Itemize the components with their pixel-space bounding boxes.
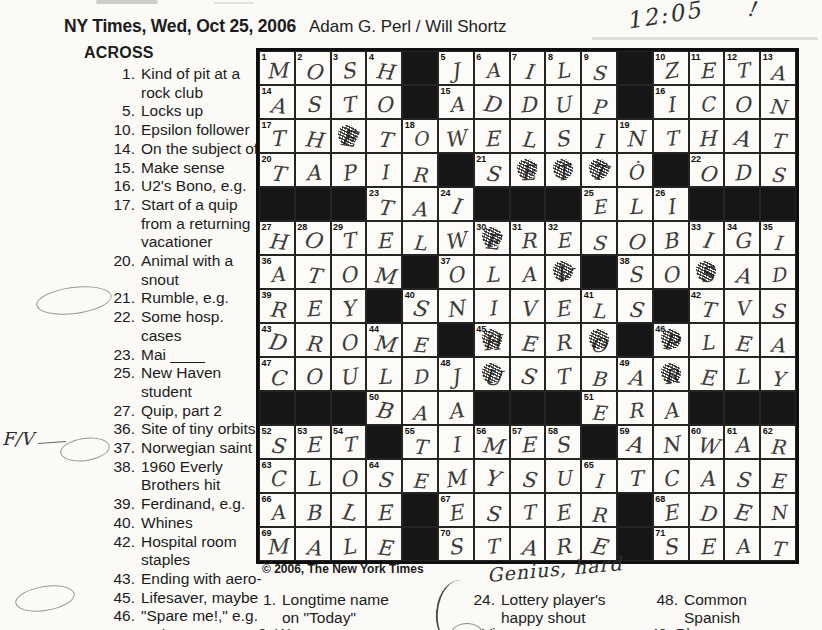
clue-number: 14. — [58, 140, 141, 159]
clue-text: Mai ____ — [141, 346, 263, 365]
handwritten-letter: H — [259, 221, 296, 256]
cell-r13c1: 63C — [259, 459, 295, 493]
handwritten-letter: A — [510, 527, 547, 562]
handwritten-letter: S — [725, 459, 762, 494]
cell-r15c7: T — [474, 527, 510, 561]
handwritten-letter: S — [510, 459, 547, 494]
clue-17: 17.Start of a quip from a returning vaca… — [58, 196, 266, 252]
clue-text: U2's Bono, e.g. — [141, 177, 263, 196]
cell-r13c14: S — [724, 459, 760, 493]
cutoff-clue-sliver: 49. Pl — [650, 625, 690, 630]
handwritten-letter: S — [581, 53, 617, 87]
clue-42: 42.Hospital room staples — [58, 533, 266, 570]
handwritten-letter: E — [402, 461, 438, 495]
clue-text: Common Spanish boys' names — [684, 591, 806, 630]
clue-number: 17. — [58, 196, 141, 252]
handwritten-letter: O — [295, 51, 332, 86]
clue-number: 16. — [58, 177, 141, 196]
clue-text: Epsilon follower — [141, 121, 263, 140]
clue-text: Lifesaver, maybe — [141, 589, 263, 608]
handwritten-letter: E — [723, 491, 762, 528]
handwritten-letter: O — [328, 322, 366, 359]
handwritten-letter: A — [438, 85, 473, 119]
handwritten-letter: I — [474, 289, 509, 323]
handwritten-letter: I — [510, 51, 547, 86]
handwritten-letter: T — [259, 153, 296, 188]
handwritten-letter: E — [689, 357, 726, 392]
cell-r10c14: L — [724, 357, 760, 391]
cell-r8c3: Y — [331, 289, 367, 323]
clue-number: 5. — [58, 102, 141, 121]
clue-text: Rumble, e.g. — [141, 289, 263, 308]
handwritten-letter: A — [725, 527, 760, 561]
cell-r2c7: D — [474, 85, 510, 119]
cell-r2c15: N — [760, 85, 796, 119]
clue-36: 36.Site of tiny orbits — [58, 420, 266, 439]
handwritten-letter: O — [293, 219, 332, 256]
cell-r7c10 — [581, 255, 617, 289]
handwritten-letter: A — [725, 425, 760, 459]
handwritten-letter: C — [689, 85, 724, 119]
handwritten-letter: S — [401, 287, 440, 324]
clue-text: Start of a quip from a returning vacatio… — [141, 196, 263, 252]
cell-r13c13: A — [689, 459, 725, 493]
cell-r14c6: 67E — [438, 493, 474, 527]
handwritten-letter: O — [367, 85, 402, 119]
cell-r6c6: W — [438, 221, 474, 255]
clue-22: 22.Some hosp. cases — [58, 308, 266, 345]
handwritten-letter: L — [329, 491, 368, 528]
handwritten-letter: E — [402, 325, 438, 359]
cell-r10c4: L — [366, 357, 402, 391]
cell-r5c4: 23T — [366, 187, 402, 221]
handwritten-letter: G — [725, 221, 760, 255]
cell-r1c9: 8L — [545, 51, 581, 85]
cell-r1c14: 12T — [724, 51, 760, 85]
cell-r3c13: H — [689, 119, 725, 153]
cell-r8c2: E — [295, 289, 331, 323]
cell-r9c13: L — [689, 323, 725, 357]
cell-r13c7: Y — [474, 459, 510, 493]
clue-40: 40.Whines — [58, 514, 266, 533]
handwritten-letter: T — [653, 119, 688, 153]
cell-r14c2: B — [295, 493, 331, 527]
handwritten-letter: I — [436, 424, 474, 461]
handwritten-letter: P — [328, 152, 366, 189]
cell-r6c2: 28O — [295, 221, 331, 255]
copyright-line: © 2006, The New York Times — [262, 562, 424, 576]
cell-r15c3: L — [331, 527, 367, 561]
cell-r4c3: P — [331, 153, 367, 187]
handwritten-letter: C — [259, 459, 294, 493]
handwritten-letter: A — [474, 51, 509, 85]
handwritten-letter: L — [689, 323, 724, 357]
handwritten-letter: A — [760, 53, 796, 87]
cell-r4c2: A — [295, 153, 331, 187]
cell-r1c13: 11E — [689, 51, 725, 85]
handwritten-letter: T — [402, 427, 438, 461]
clue-number: 1. — [246, 591, 282, 627]
handwritten-letter: L — [367, 357, 402, 391]
clue-text: On the subject of — [141, 140, 263, 159]
cell-r8c12 — [653, 289, 689, 323]
cell-r9c10: O — [581, 323, 617, 357]
handwritten-letter: N — [761, 493, 796, 527]
cell-r10c12: R — [653, 357, 689, 391]
cell-r3c11: 19N — [617, 119, 653, 153]
cell-r15c1: 69M — [259, 527, 295, 561]
cell-r4c13: 22O — [689, 153, 725, 187]
cell-r1c12: 10Z — [653, 51, 689, 85]
cell-r9c2: R — [295, 323, 331, 357]
handwritten-letter: T — [328, 220, 366, 257]
cell-r5c9 — [545, 187, 581, 221]
cell-r9c11 — [617, 323, 653, 357]
cell-r12c1: 52S — [259, 425, 295, 459]
cell-r3c6: W — [438, 119, 474, 153]
cell-r15c15: T — [760, 527, 796, 561]
cell-r5c6: 24I — [438, 187, 474, 221]
clue-text: Animal with a snout — [141, 252, 263, 289]
cell-r11c6: A — [438, 391, 474, 425]
handwritten-letter: E — [543, 492, 581, 529]
cell-r7c13: S — [689, 255, 725, 289]
handwritten-letter: L — [581, 291, 617, 325]
across-clue-column: ACROSS 1.Kind of pit at a rock club5.Loc… — [58, 44, 266, 630]
handwritten-letter: O — [617, 221, 654, 256]
cell-r15c11 — [617, 527, 653, 561]
handwritten-letter: D — [403, 357, 438, 391]
clue-23: 23.Mai ____ — [58, 346, 266, 365]
handwritten-letter: S — [760, 291, 796, 325]
cell-r5c2 — [295, 187, 331, 221]
cell-r2c3: T — [331, 85, 367, 119]
cell-r4c5: R — [402, 153, 438, 187]
cell-r6c15: 35I — [760, 221, 796, 255]
handwritten-letter: H — [295, 119, 332, 154]
cell-r3c3: E — [331, 119, 367, 153]
cell-r4c1: 20T — [259, 153, 295, 187]
cell-r12c14: 61A — [724, 425, 760, 459]
clue-text: Lottery player's happy shout — [501, 591, 623, 627]
cell-r13c6: M — [438, 459, 474, 493]
cell-r15c14: A — [724, 527, 760, 561]
cell-r2c6: 15A — [438, 85, 474, 119]
handwritten-letter: O — [403, 119, 438, 153]
cell-r9c12: 46P — [653, 323, 689, 357]
clue-text: Locks up — [141, 102, 263, 121]
handwritten-letter: M — [436, 458, 474, 495]
cell-r14c5 — [402, 493, 438, 527]
handwritten-letter: A — [617, 357, 654, 392]
handwritten-letter: L — [510, 119, 547, 154]
handwritten-letter: O — [328, 254, 366, 291]
clue-text: Some hosp. cases — [141, 308, 263, 345]
cell-r5c3 — [331, 187, 367, 221]
cell-r12c6: I — [438, 425, 474, 459]
cell-r12c7: 56M — [474, 425, 510, 459]
handwritten-letter: E — [367, 493, 402, 527]
clue-20: 20.Animal with a snout — [58, 252, 266, 289]
cell-r13c15: E — [760, 459, 796, 493]
handwritten-letter: Y — [760, 359, 796, 393]
cell-r11c5: A — [402, 391, 438, 425]
cell-r13c9: U — [545, 459, 581, 493]
cell-r10c6: 48J — [438, 357, 474, 391]
clue-text: Norwegian saint — [141, 439, 263, 458]
cell-r6c1: 27H — [259, 221, 295, 255]
handwritten-letter: T — [543, 356, 581, 393]
clue-text: Hospital room staples — [141, 533, 263, 570]
handwritten-letter: S — [543, 424, 581, 461]
clue-text: Make sense — [141, 159, 263, 178]
handwritten-letter: I — [581, 121, 617, 155]
handwritten-letter: E — [367, 527, 404, 562]
handwritten-solve-time: 12:05 — [624, 0, 703, 34]
cell-r7c12: O — [653, 255, 689, 289]
cell-r13c5: E — [402, 459, 438, 493]
cell-r7c5 — [402, 255, 438, 289]
handwritten-letter: L — [295, 459, 330, 493]
cell-r4c4: I — [366, 153, 402, 187]
clue-15: 15.Make sense — [58, 159, 266, 178]
cell-r4c7: 21S — [474, 153, 510, 187]
handwritten-letter: A — [259, 255, 294, 289]
clue-number: 27. — [58, 402, 141, 421]
handwritten-letter: L — [328, 526, 366, 563]
clue-text: 1960 Everly Brothers hit — [141, 458, 263, 495]
handwritten-letter: D — [761, 255, 796, 289]
handwritten-letter: A — [615, 423, 654, 460]
cell-r3c5: 18O — [402, 119, 438, 153]
cell-r12c8: 57E — [510, 425, 546, 459]
clue-10: 10.Epsilon follower — [58, 121, 266, 140]
handwritten-letter: T — [367, 119, 404, 154]
handwritten-letter: R — [760, 427, 796, 461]
handwritten-letter: A — [295, 153, 330, 187]
cell-r14c10: R — [581, 493, 617, 527]
cell-r11c7 — [474, 391, 510, 425]
cell-r8c1: 39R — [259, 289, 295, 323]
cell-r5c1 — [259, 187, 295, 221]
cell-r5c14 — [724, 187, 760, 221]
cell-r9c1: 43D — [259, 323, 295, 357]
cell-r4c10: T — [581, 153, 617, 187]
clue-46: 46."Spare me!," e.g. — [58, 607, 266, 626]
clue-text: Site of tiny orbits — [141, 420, 263, 439]
handwritten-letter: E — [689, 51, 724, 85]
cell-r8c15: S — [760, 289, 796, 323]
handwritten-letter: A — [259, 85, 296, 120]
cell-r13c4: 64S — [366, 459, 402, 493]
handwritten-letter: A — [689, 459, 724, 493]
clue-number: 10. — [58, 121, 141, 140]
handwritten-letter: B — [365, 389, 404, 426]
scan-smudge — [96, 0, 158, 4]
cell-r8c4 — [366, 289, 402, 323]
handwritten-letter: E — [725, 323, 762, 358]
header: NY Times, Wed, Oct 25, 2006Adam G. Perl … — [64, 16, 506, 37]
cell-r2c11 — [617, 85, 653, 119]
cell-r7c2: T — [295, 255, 331, 289]
cell-r11c10: 51E — [581, 391, 617, 425]
handwritten-letter: E — [474, 119, 509, 153]
clue-number: 24. — [455, 591, 501, 627]
handwritten-letter: H — [367, 51, 404, 86]
handwritten-letter: N — [651, 424, 689, 461]
cell-r5c10: 25E — [581, 187, 617, 221]
clue-14: 14.On the subject of — [58, 140, 266, 159]
handwritten-letter: R — [581, 495, 617, 529]
handwritten-letter: N — [617, 119, 652, 153]
handwritten-letter: I — [367, 153, 402, 187]
across-clue-list: 1.Kind of pit at a rock club5.Locks up10… — [58, 65, 266, 630]
cell-r11c11: R — [617, 391, 653, 425]
handwritten-letter: A — [295, 527, 332, 562]
handwritten-letter: T — [367, 187, 404, 222]
handwritten-letter: E — [436, 492, 474, 529]
cell-r9c9: R — [545, 323, 581, 357]
handwritten-letter: U — [543, 84, 581, 121]
cell-r6c13: 33I — [689, 221, 725, 255]
cell-r8c7: I — [474, 289, 510, 323]
cell-r3c8: L — [510, 119, 546, 153]
cell-r9c8: E — [510, 323, 546, 357]
cutoff-clue-sliver: Vi — [482, 625, 496, 630]
handwritten-letter: A — [259, 493, 294, 527]
cell-r4c9: T — [545, 153, 581, 187]
handwritten-letter: R — [510, 221, 545, 255]
clue-1: 1.Longtime name on "Today" — [246, 591, 404, 627]
cell-r9c15: A — [760, 323, 796, 357]
cell-r3c10: I — [581, 119, 617, 153]
cell-r11c12: A — [653, 391, 689, 425]
handwritten-letter: E — [582, 187, 617, 221]
handwritten-letter: Z — [651, 50, 689, 87]
cell-r10c9: T — [545, 357, 581, 391]
clue-text: Whines — [141, 514, 263, 533]
handwritten-letter: R — [543, 322, 581, 359]
handwritten-letter: T — [328, 84, 366, 121]
clue-number: 39. — [58, 495, 141, 514]
handwritten-letter: E — [689, 527, 724, 561]
cell-r14c7: S — [474, 493, 510, 527]
cell-r5c13 — [689, 187, 725, 221]
scan-smudge — [214, 2, 254, 4]
handwritten-letter: E — [510, 323, 547, 358]
cell-r7c11: 38S — [617, 255, 653, 289]
cell-r2c5 — [402, 85, 438, 119]
handwritten-letter: O — [651, 254, 689, 291]
clue-text: Ending with aero- — [141, 570, 263, 589]
clue-number: 40. — [58, 514, 141, 533]
across-header: ACROSS — [84, 44, 266, 62]
cell-r9c14: E — [724, 323, 760, 357]
cell-r8c9: E — [545, 289, 581, 323]
handwritten-letter: D — [472, 83, 511, 120]
cell-r10c11: 49A — [617, 357, 653, 391]
clue-number: 43. — [58, 570, 141, 589]
handwritten-letter: T — [725, 51, 760, 85]
cell-r3c1: 17T — [259, 119, 295, 153]
clue-number: 20. — [58, 252, 141, 289]
handwritten-letter: Y — [472, 457, 511, 494]
clue-text: Ferdinand, e.g. — [141, 495, 263, 514]
handwritten-letter: S — [474, 153, 511, 188]
handwritten-letter: L — [402, 223, 438, 257]
cell-r5c15 — [760, 187, 796, 221]
handwritten-letter: T — [259, 119, 294, 153]
cutoff-clue-sliver: 2. W — [258, 625, 290, 630]
cell-r2c4: O — [366, 85, 402, 119]
cell-r3c4: T — [366, 119, 402, 153]
cell-r4c12 — [653, 153, 689, 187]
cell-r5c8 — [510, 187, 546, 221]
cell-r13c12: C — [653, 459, 689, 493]
bottom-clue-column-1: 1.Longtime name on "Today" — [246, 591, 404, 627]
handwritten-letter: T — [295, 255, 332, 290]
handwritten-letter: I — [436, 185, 475, 222]
handwritten-letter: M — [474, 425, 511, 460]
clue-1: 1.Kind of pit at a rock club — [58, 65, 266, 102]
cell-r3c14: A — [724, 119, 760, 153]
handwritten-letter: I — [651, 186, 689, 223]
clue-number: 38. — [58, 458, 141, 495]
clue-47: 47.Quip, part 3 — [58, 626, 266, 630]
handwritten-letter: L — [725, 357, 760, 391]
handwritten-letter: R — [402, 155, 438, 189]
cell-r15c12: 71S — [653, 527, 689, 561]
cell-r7c7: L — [474, 255, 510, 289]
clue-number: 42. — [58, 533, 141, 570]
cell-r2c12: 16I — [653, 85, 689, 119]
cell-r6c5: L — [402, 221, 438, 255]
handwritten-letter: S — [367, 459, 404, 494]
cell-r10c1: 47C — [259, 357, 295, 391]
bottom-clue-column-2: 24.Lottery player's happy shout — [455, 591, 623, 627]
clue-43: 43.Ending with aero- — [58, 570, 266, 589]
cell-r15c6: 70S — [438, 527, 474, 561]
cell-r1c6: 5J — [438, 51, 474, 85]
handwritten-letter: S — [617, 289, 654, 324]
cell-r11c2 — [295, 391, 331, 425]
handwritten-letter: W — [436, 118, 474, 155]
cell-r6c3: 29T — [331, 221, 367, 255]
puzzle-byline: Adam G. Perl / Will Shortz — [309, 17, 506, 36]
clue-text: Quip, part 3 — [141, 626, 263, 630]
handwritten-letter: E — [581, 393, 617, 427]
handwritten-letter: T — [760, 121, 796, 155]
handwritten-letter: O — [328, 458, 366, 495]
clue-number: 46. — [58, 607, 141, 626]
handwritten-letter: E — [546, 221, 581, 255]
cell-r7c14: A — [724, 255, 760, 289]
handwritten-letter: I — [581, 461, 617, 495]
handwritten-letter: E — [510, 425, 545, 459]
cell-r15c4: E — [366, 527, 402, 561]
cell-r7c1: 36A — [259, 255, 295, 289]
handwritten-letter: L — [474, 255, 509, 289]
cell-r5c5: A — [402, 187, 438, 221]
cell-r12c9: 58S — [545, 425, 581, 459]
cell-r11c14 — [724, 391, 760, 425]
handwritten-letter: A — [402, 393, 438, 427]
scan-smudge — [592, 37, 818, 40]
handwritten-letter: A — [510, 255, 545, 289]
cell-r4c11: Ȯ — [617, 153, 653, 187]
handwritten-letter: W — [436, 220, 474, 257]
handwritten-letter: S — [543, 118, 581, 155]
